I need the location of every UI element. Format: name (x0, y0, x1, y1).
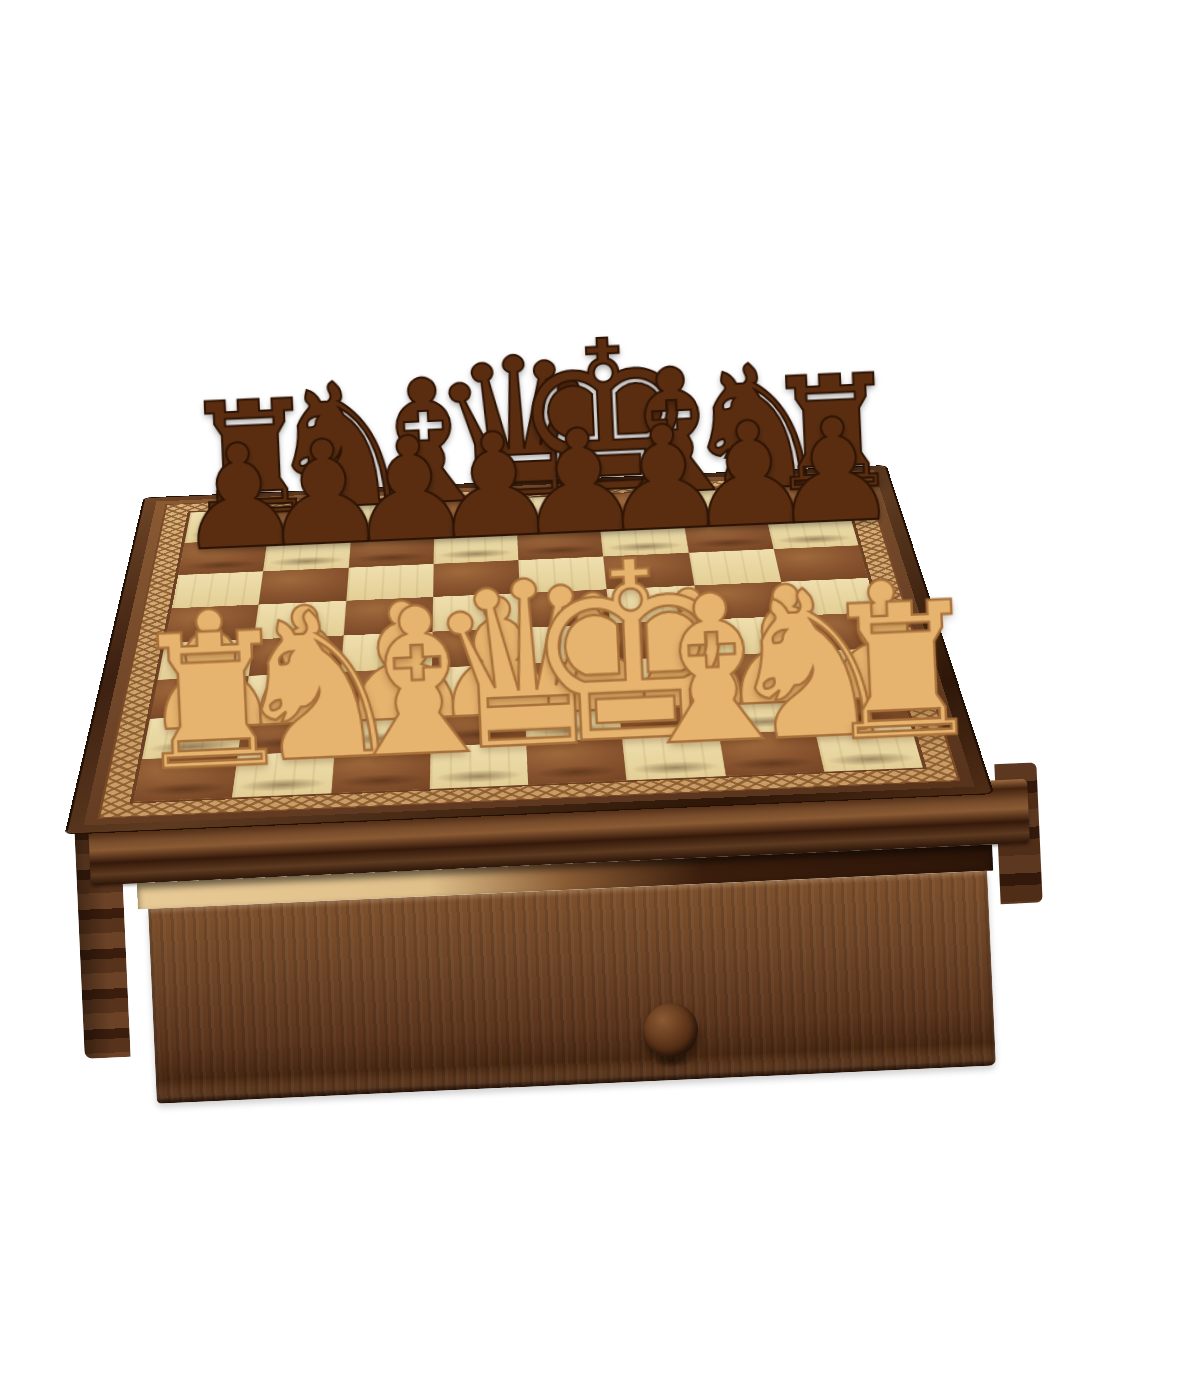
square-b7[interactable]: ♟ (263, 536, 350, 571)
square-h1[interactable]: ♜ (815, 726, 923, 772)
square-d1[interactable]: ♛ (430, 742, 529, 789)
white-bishop[interactable]: ♝ (618, 569, 725, 776)
white-bishop[interactable]: ♝ (322, 582, 429, 789)
white-king[interactable]: ♚ (517, 530, 626, 780)
square-c1[interactable]: ♝ (331, 747, 430, 794)
square-a1[interactable]: ♜ (134, 755, 238, 802)
black-pawn[interactable]: ♟ (257, 421, 348, 568)
white-rook[interactable]: ♜ (126, 609, 233, 797)
chess-board-3d: ♜♞♝♛♚♝♞♜♟♟♟♟♟♟♟♟♟♟♟♟♟♟♟♟♜♞♝♛♚♝♞♜ (67, 466, 991, 834)
square-h7[interactable]: ♟ (766, 514, 858, 549)
white-knight[interactable]: ♞ (224, 586, 331, 793)
white-rook[interactable]: ♜ (816, 579, 923, 767)
board-outer-frame: ♜♞♝♛♚♝♞♜♟♟♟♟♟♟♟♟♟♟♟♟♟♟♟♟♜♞♝♛♚♝♞♜ (67, 466, 991, 834)
square-g1[interactable]: ♞ (718, 730, 824, 776)
chess-set-scene: ♜♞♝♛♚♝♞♜♟♟♟♟♟♟♟♟♟♟♟♟♟♟♟♟♜♞♝♛♚♝♞♜ (0, 0, 1200, 1400)
chess-board: ♜♞♝♛♚♝♞♜♟♟♟♟♟♟♟♟♟♟♟♟♟♟♟♟♜♞♝♛♚♝♞♜ (130, 483, 927, 804)
square-f1[interactable]: ♝ (622, 734, 725, 780)
white-queen[interactable]: ♛ (420, 553, 528, 784)
square-e1[interactable]: ♚ (526, 738, 626, 784)
square-a7[interactable]: ♟ (178, 539, 267, 574)
chess-case (118, 780, 1012, 1150)
drawer-knob[interactable] (643, 1002, 699, 1058)
white-knight[interactable]: ♞ (716, 565, 823, 772)
black-pawn[interactable]: ♟ (767, 399, 858, 546)
square-b1[interactable]: ♞ (232, 751, 334, 798)
storage-drawer[interactable] (148, 871, 996, 1104)
black-pawn[interactable]: ♟ (172, 425, 263, 572)
